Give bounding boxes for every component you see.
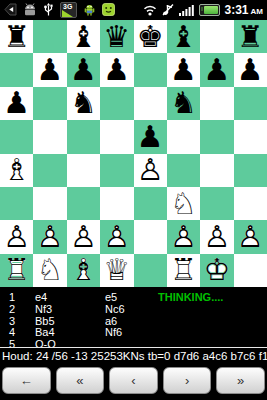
square-e7[interactable] — [134, 53, 167, 86]
first-move-button[interactable]: « — [56, 367, 105, 394]
white-pawn[interactable]: ♟♙ — [67, 220, 100, 253]
chess-board[interactable]: ♜♝♛♚♝♜♟♟♟♟♟♟♟♞♞♟♝♗♟♙♞♘♟♙♟♙♟♙♟♙♟♙♟♙♟♙♜♖♞♘… — [0, 20, 267, 287]
black-bishop[interactable]: ♝ — [167, 20, 200, 53]
chat-smiley-icon — [102, 3, 115, 16]
square-h6[interactable] — [234, 87, 267, 120]
piece-outline: ♙ — [33, 220, 66, 253]
square-c3[interactable] — [67, 187, 100, 220]
move-row: 1e4e5 — [0, 291, 267, 303]
square-a8[interactable]: ♜ — [0, 20, 33, 53]
piece-outline: ♙ — [167, 220, 200, 253]
piece-glyph: ♟ — [100, 53, 133, 86]
square-c4[interactable] — [67, 154, 100, 187]
3g-data-icon: 3G — [60, 2, 77, 18]
signal-bars-icon — [179, 4, 194, 16]
black-pawn[interactable]: ♟ — [234, 53, 267, 86]
white-move: Bb5 — [35, 315, 105, 327]
next-move-button[interactable]: › — [163, 367, 212, 394]
white-queen[interactable]: ♛♕ — [100, 254, 133, 287]
square-g2[interactable]: ♟♙ — [200, 220, 233, 253]
square-f7[interactable]: ♟ — [167, 53, 200, 86]
square-b6[interactable] — [33, 87, 66, 120]
square-g6[interactable] — [200, 87, 233, 120]
piece-glyph: ♟ — [67, 53, 100, 86]
square-g8[interactable] — [200, 20, 233, 53]
square-d1[interactable]: ♛♕ — [100, 254, 133, 287]
move-number: 5 — [0, 338, 35, 350]
black-pawn[interactable]: ♟ — [0, 87, 33, 120]
prev-move-button[interactable]: ‹ — [109, 367, 158, 394]
white-rook[interactable]: ♜♖ — [0, 254, 33, 287]
lower-panel: 1e4e52Nf3Nc63Bb5a64Ba4Nf65O-O THINKING..… — [0, 287, 267, 400]
white-bishop[interactable]: ♝♗ — [67, 254, 100, 287]
black-pawn[interactable]: ♟ — [134, 120, 167, 153]
white-knight[interactable]: ♞♘ — [33, 254, 66, 287]
piece-glyph: ♟ — [33, 53, 66, 86]
white-pawn[interactable]: ♟♙ — [33, 220, 66, 253]
black-pawn[interactable]: ♟ — [167, 53, 200, 86]
black-knight[interactable]: ♞ — [67, 87, 100, 120]
square-e6[interactable] — [134, 87, 167, 120]
navigation-controls: ←«‹›» — [2, 367, 265, 394]
black-move: Nf6 — [105, 326, 267, 338]
square-h1[interactable] — [234, 254, 267, 287]
piece-glyph: ♞ — [167, 87, 200, 120]
piece-outline: ♗ — [67, 254, 100, 287]
piece-glyph: ♛ — [100, 20, 133, 53]
square-g4[interactable] — [200, 154, 233, 187]
engine-thinking-label: THINKING.... — [158, 291, 223, 303]
black-rook[interactable]: ♜ — [234, 20, 267, 53]
black-pawn[interactable]: ♟ — [67, 53, 100, 86]
square-b4[interactable] — [33, 154, 66, 187]
square-c7[interactable]: ♟ — [67, 53, 100, 86]
piece-outline: ♘ — [167, 187, 200, 220]
square-f1[interactable]: ♜♖ — [167, 254, 200, 287]
white-pawn[interactable]: ♟♙ — [200, 220, 233, 253]
square-b7[interactable]: ♟ — [33, 53, 66, 86]
square-a1[interactable]: ♜♖ — [0, 254, 33, 287]
square-f6[interactable]: ♞ — [167, 87, 200, 120]
square-e4[interactable]: ♟♙ — [134, 154, 167, 187]
square-h8[interactable]: ♜ — [234, 20, 267, 53]
square-e5[interactable]: ♟ — [134, 120, 167, 153]
white-pawn[interactable]: ♟♙ — [0, 220, 33, 253]
square-d6[interactable] — [100, 87, 133, 120]
piece-glyph: ♟ — [234, 53, 267, 86]
square-b1[interactable]: ♞♘ — [33, 254, 66, 287]
black-queen[interactable]: ♛ — [100, 20, 133, 53]
engine-status-line: Houd: 24 /56 -13 25253KNs tb=0 d7d6 a4c6… — [2, 350, 267, 362]
status-bar-right-group: 3:31 AM — [143, 3, 263, 17]
move-number: 4 — [0, 326, 35, 338]
move-list: 1e4e52Nf3Nc63Bb5a64Ba4Nf65O-O — [0, 291, 267, 350]
white-move: e4 — [35, 291, 105, 303]
mute-icon — [162, 3, 174, 16]
square-b8[interactable] — [33, 20, 66, 53]
piece-glyph: ♚ — [134, 20, 167, 53]
move-number: 2 — [0, 303, 35, 315]
white-knight[interactable]: ♞♘ — [167, 187, 200, 220]
piece-outline: ♖ — [167, 254, 200, 287]
square-e1[interactable] — [134, 254, 167, 287]
battery-icon — [199, 4, 220, 16]
move-row: 3Bb5a6 — [0, 315, 267, 327]
square-e8[interactable]: ♚ — [134, 20, 167, 53]
square-b5[interactable] — [33, 120, 66, 153]
piece-outline: ♙ — [0, 220, 33, 253]
square-f3[interactable]: ♞♘ — [167, 187, 200, 220]
piece-outline: ♖ — [0, 254, 33, 287]
square-a2[interactable]: ♟♙ — [0, 220, 33, 253]
square-f8[interactable]: ♝ — [167, 20, 200, 53]
black-rook[interactable]: ♜ — [0, 20, 33, 53]
white-bishop[interactable]: ♝♗ — [0, 154, 33, 187]
piece-outline: ♙ — [67, 220, 100, 253]
robot-head-icon — [23, 3, 37, 16]
white-pawn[interactable]: ♟♙ — [167, 220, 200, 253]
square-f5[interactable] — [167, 120, 200, 153]
piece-glyph: ♟ — [200, 53, 233, 86]
square-c5[interactable] — [67, 120, 100, 153]
piece-outline: ♙ — [134, 154, 167, 187]
piece-glyph: ♜ — [0, 20, 33, 53]
separator-line — [0, 347, 267, 348]
android-robot-icon — [83, 3, 96, 16]
square-d2[interactable]: ♟♙ — [100, 220, 133, 253]
square-a4[interactable]: ♝♗ — [0, 154, 33, 187]
black-pawn[interactable]: ♟ — [33, 53, 66, 86]
piece-outline: ♘ — [33, 254, 66, 287]
black-move: a6 — [105, 315, 267, 327]
square-h5[interactable] — [234, 120, 267, 153]
move-number: 1 — [0, 291, 35, 303]
square-g7[interactable]: ♟ — [200, 53, 233, 86]
piece-glyph: ♞ — [67, 87, 100, 120]
white-king[interactable]: ♚♔ — [200, 254, 233, 287]
piece-glyph: ♟ — [0, 87, 33, 120]
square-e2[interactable] — [134, 220, 167, 253]
white-move: Nf3 — [35, 303, 105, 315]
piece-outline: ♙ — [100, 220, 133, 253]
white-rook[interactable]: ♜♖ — [167, 254, 200, 287]
android-status-bar[interactable]: 3G 3:31 AM — [0, 0, 267, 19]
black-king[interactable]: ♚ — [134, 20, 167, 53]
square-d4[interactable] — [100, 154, 133, 187]
takeback-button[interactable]: ← — [2, 367, 51, 394]
square-a7[interactable] — [0, 53, 33, 86]
square-c8[interactable]: ♝ — [67, 20, 100, 53]
square-b2[interactable]: ♟♙ — [33, 220, 66, 253]
clock-time: 3:31 — [225, 3, 249, 17]
square-f2[interactable]: ♟♙ — [167, 220, 200, 253]
square-h2[interactable]: ♟♙ — [234, 220, 267, 253]
3g-signal-triangle — [62, 10, 73, 17]
chess-app: 3G 3:31 AM — [0, 0, 267, 400]
move-row: 2Nf3Nc6 — [0, 303, 267, 315]
clock: 3:31 AM — [225, 3, 263, 17]
square-d8[interactable]: ♛ — [100, 20, 133, 53]
usb-icon — [43, 3, 54, 16]
white-pawn[interactable]: ♟♙ — [134, 154, 167, 187]
white-pawn[interactable]: ♟♙ — [100, 220, 133, 253]
move-number: 3 — [0, 315, 35, 327]
piece-glyph: ♝ — [67, 20, 100, 53]
square-e3[interactable] — [134, 187, 167, 220]
piece-glyph: ♟ — [134, 120, 167, 153]
white-move: Ba4 — [35, 326, 105, 338]
square-h4[interactable] — [234, 154, 267, 187]
wifi-icon — [143, 4, 157, 16]
piece-outline: ♗ — [0, 154, 33, 187]
square-c2[interactable]: ♟♙ — [67, 220, 100, 253]
white-move: O-O — [35, 338, 105, 350]
piece-outline: ♕ — [100, 254, 133, 287]
black-pawn[interactable]: ♟ — [200, 53, 233, 86]
square-f4[interactable] — [167, 154, 200, 187]
move-row: 4Ba4Nf6 — [0, 326, 267, 338]
black-knight[interactable]: ♞ — [167, 87, 200, 120]
piece-outline: ♙ — [234, 220, 267, 253]
back-tag-icon — [4, 3, 17, 16]
square-a3[interactable] — [0, 187, 33, 220]
last-move-button[interactable]: » — [216, 367, 265, 394]
move-row: 5O-O — [0, 338, 267, 350]
piece-glyph: ♟ — [167, 53, 200, 86]
white-pawn[interactable]: ♟♙ — [234, 220, 267, 253]
battery-fill — [204, 6, 218, 14]
square-a5[interactable] — [0, 120, 33, 153]
square-g5[interactable] — [200, 120, 233, 153]
piece-outline: ♙ — [200, 220, 233, 253]
square-d3[interactable] — [100, 187, 133, 220]
black-bishop[interactable]: ♝ — [67, 20, 100, 53]
square-c1[interactable]: ♝♗ — [67, 254, 100, 287]
piece-outline: ♔ — [200, 254, 233, 287]
square-a6[interactable]: ♟ — [0, 87, 33, 120]
battery-nub — [201, 7, 203, 11]
piece-glyph: ♝ — [167, 20, 200, 53]
square-h7[interactable]: ♟ — [234, 53, 267, 86]
square-b3[interactable] — [33, 187, 66, 220]
piece-glyph: ♜ — [234, 20, 267, 53]
square-g3[interactable] — [200, 187, 233, 220]
clock-ampm: AM — [251, 7, 263, 16]
square-h3[interactable] — [234, 187, 267, 220]
square-d5[interactable] — [100, 120, 133, 153]
black-move: Nc6 — [105, 303, 267, 315]
square-d7[interactable]: ♟ — [100, 53, 133, 86]
square-c6[interactable]: ♞ — [67, 87, 100, 120]
square-g1[interactable]: ♚♔ — [200, 254, 233, 287]
black-pawn[interactable]: ♟ — [100, 53, 133, 86]
